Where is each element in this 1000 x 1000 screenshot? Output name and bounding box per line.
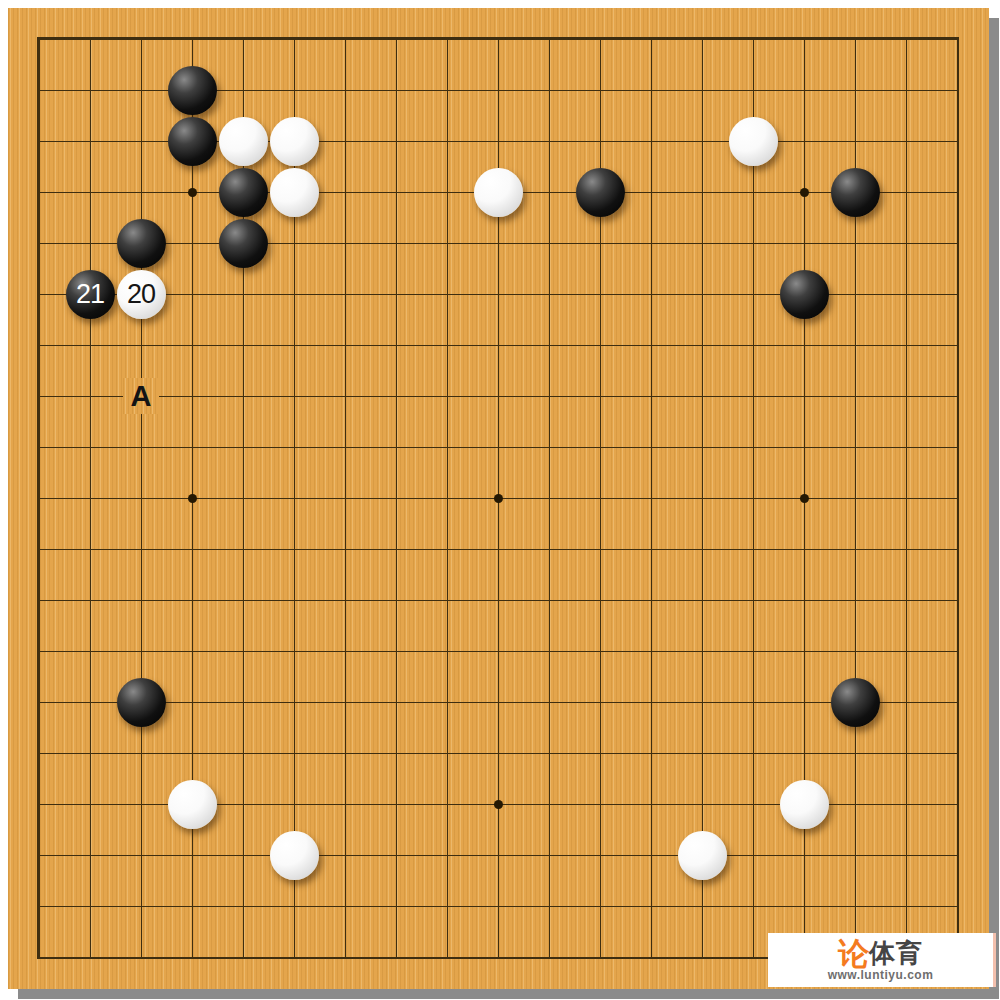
stone-black — [117, 219, 166, 268]
stone-black-move-21: 21 — [66, 270, 115, 319]
star-point — [494, 494, 503, 503]
stone-white — [780, 780, 829, 829]
move-number-label: 21 — [76, 281, 104, 308]
stone-black — [831, 168, 880, 217]
star-point — [188, 188, 197, 197]
star-point — [800, 188, 809, 197]
logo-url-text: www.luntiyu.com — [828, 969, 934, 982]
logo-brand-rest: 体育 — [869, 938, 923, 968]
stone-black — [168, 66, 217, 115]
stone-black — [117, 678, 166, 727]
logo-brand-first: 论 — [838, 936, 869, 971]
board-points-layer: 2120A — [14, 14, 983, 983]
stone-black — [219, 168, 268, 217]
stone-white — [219, 117, 268, 166]
stone-black — [780, 270, 829, 319]
go-board: 2120A — [8, 8, 989, 989]
stone-white-move-20: 20 — [117, 270, 166, 319]
star-point — [800, 494, 809, 503]
marker-a: A — [123, 378, 159, 414]
star-point — [188, 494, 197, 503]
stone-white — [270, 831, 319, 880]
stone-white — [270, 168, 319, 217]
move-number-label: 20 — [127, 281, 155, 308]
stone-black — [168, 117, 217, 166]
logo-title: 论体育 — [838, 938, 923, 969]
star-point — [494, 800, 503, 809]
stone-black — [219, 219, 268, 268]
stone-white — [729, 117, 778, 166]
stone-white — [168, 780, 217, 829]
stone-white — [474, 168, 523, 217]
stone-black — [576, 168, 625, 217]
stone-white — [678, 831, 727, 880]
watermark-logo: 论体育 www.luntiyu.com — [768, 933, 996, 987]
stone-black — [831, 678, 880, 727]
stone-white — [270, 117, 319, 166]
